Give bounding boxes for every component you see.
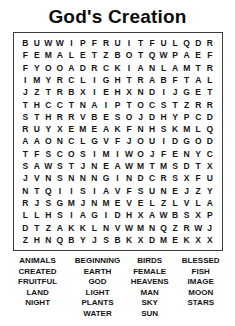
grid-cell[interactable]: D <box>77 62 89 74</box>
grid-cell[interactable]: Z <box>43 221 55 233</box>
grid-cell[interactable]: Z <box>181 98 193 110</box>
grid-cell[interactable]: T <box>123 74 135 86</box>
grid-cell[interactable]: A <box>89 98 101 110</box>
grid-cell[interactable]: R <box>181 221 193 233</box>
word-list-item: MAN <box>141 288 159 299</box>
grid-cell[interactable]: Z <box>31 86 43 98</box>
grid-cell[interactable]: D <box>169 135 181 147</box>
grid-cell[interactable]: L <box>77 135 89 147</box>
grid-cell[interactable]: S <box>54 160 66 172</box>
grid-cell[interactable]: R <box>192 98 204 110</box>
grid-cell[interactable]: K <box>112 123 124 135</box>
grid-cell[interactable]: V <box>181 197 193 209</box>
grid-cell[interactable]: O <box>135 98 147 110</box>
grid-cell[interactable]: A <box>54 49 66 61</box>
grid-cell[interactable]: M <box>158 160 170 172</box>
grid-cell[interactable]: T <box>20 98 32 110</box>
grid-cell[interactable]: R <box>204 98 216 110</box>
grid-cell[interactable]: W <box>43 37 55 49</box>
grid-cell[interactable]: H <box>123 209 135 221</box>
grid-cell[interactable]: L <box>31 209 43 221</box>
grid-cell[interactable]: M <box>66 197 78 209</box>
grid-cell[interactable]: U <box>31 123 43 135</box>
grid-cell[interactable]: M <box>135 221 147 233</box>
grid-cell[interactable]: X <box>181 172 193 184</box>
grid-cell[interactable]: U <box>112 37 124 49</box>
grid-cell[interactable]: B <box>66 234 78 246</box>
grid-cell[interactable]: N <box>54 135 66 147</box>
grid-cell[interactable]: O <box>192 135 204 147</box>
grid-cell[interactable]: N <box>146 221 158 233</box>
grid-cell[interactable]: R <box>204 37 216 49</box>
grid-cell[interactable]: S <box>112 111 124 123</box>
grid-cell[interactable]: T <box>66 98 78 110</box>
grid-cell[interactable]: N <box>89 172 101 184</box>
grid-cell[interactable]: N <box>135 86 147 98</box>
grid-cell[interactable]: S <box>169 160 181 172</box>
grid-cell[interactable]: P <box>169 49 181 61</box>
grid-cell[interactable]: N <box>89 197 101 209</box>
grid-cell[interactable]: R <box>89 62 101 74</box>
grid-cell[interactable]: L <box>77 74 89 86</box>
grid-cell[interactable]: X <box>204 234 216 246</box>
grid-cell[interactable]: R <box>158 172 170 184</box>
grid-cell[interactable]: F <box>169 74 181 86</box>
grid-cell[interactable]: R <box>100 37 112 49</box>
grid-cell[interactable]: N <box>43 172 55 184</box>
grid-cell[interactable]: F <box>89 37 101 49</box>
grid-cell[interactable]: W <box>123 148 135 160</box>
grid-cell[interactable]: E <box>112 197 124 209</box>
grid-cell[interactable]: U <box>158 37 170 49</box>
grid-cell[interactable]: X <box>135 209 147 221</box>
grid-cell[interactable]: Z <box>20 234 32 246</box>
grid-cell[interactable]: D <box>181 160 193 172</box>
grid-cell[interactable]: S <box>77 148 89 160</box>
grid-cell[interactable]: M <box>100 148 112 160</box>
grid-cell[interactable]: P <box>204 209 216 221</box>
grid-cell[interactable]: L <box>158 62 170 74</box>
grid-cell[interactable]: M <box>100 197 112 209</box>
grid-cell[interactable]: C <box>192 111 204 123</box>
grid-cell[interactable]: B <box>158 74 170 86</box>
grid-cell[interactable]: A <box>66 62 78 74</box>
grid-cell[interactable]: S <box>20 111 32 123</box>
grid-cell[interactable]: Z <box>158 197 170 209</box>
word-list-column: BLESSEDFISHIMAGEMOONSTARS <box>173 256 229 320</box>
grid-cell[interactable]: Y <box>43 74 55 86</box>
grid-cell[interactable]: E <box>77 49 89 61</box>
grid-cell[interactable]: F <box>204 49 216 61</box>
grid-cell[interactable]: D <box>204 135 216 147</box>
grid-cell[interactable]: W <box>158 209 170 221</box>
grid-cell[interactable]: R <box>204 62 216 74</box>
word-list-item: PLANTS <box>82 298 114 309</box>
grid-cell[interactable]: W <box>158 49 170 61</box>
grid-cell[interactable]: I <box>66 185 78 197</box>
grid-cell[interactable]: S <box>20 160 32 172</box>
grid-cell[interactable]: H <box>112 86 124 98</box>
grid-cell[interactable]: Q <box>43 185 55 197</box>
grid-cell[interactable]: G <box>100 172 112 184</box>
grid-cell[interactable]: N <box>123 172 135 184</box>
grid-cell[interactable]: B <box>112 234 124 246</box>
grid-cell[interactable]: J <box>31 197 43 209</box>
grid-cell[interactable]: Y <box>43 123 55 135</box>
grid-cell[interactable]: H <box>158 111 170 123</box>
grid-cell[interactable]: B <box>112 49 124 61</box>
grid-cell[interactable]: J <box>146 148 158 160</box>
grid-cell[interactable]: E <box>100 111 112 123</box>
grid-cell[interactable]: Y <box>31 62 43 74</box>
grid-cell[interactable]: N <box>135 123 147 135</box>
grid-cell[interactable]: Y <box>169 111 181 123</box>
grid-cell[interactable]: I <box>89 185 101 197</box>
grid-cell[interactable]: I <box>100 209 112 221</box>
grid-cell[interactable]: U <box>146 135 158 147</box>
word-list-item: BLESSED <box>182 256 220 267</box>
grid-cell[interactable]: T <box>146 160 158 172</box>
grid-cell[interactable]: P <box>181 111 193 123</box>
grid-cell[interactable]: S <box>54 172 66 184</box>
grid-cell[interactable]: E <box>100 160 112 172</box>
grid-cell[interactable]: S <box>181 209 193 221</box>
word-list-item: ANIMALS <box>19 256 55 267</box>
grid-cell[interactable]: M <box>31 74 43 86</box>
grid-cell[interactable]: S <box>43 148 55 160</box>
grid-cell[interactable]: A <box>20 135 32 147</box>
grid-cell[interactable]: A <box>135 62 147 74</box>
grid-cell[interactable]: T <box>43 86 55 98</box>
grid-cell[interactable]: N <box>146 62 158 74</box>
grid-cell[interactable]: O <box>43 62 55 74</box>
grid-cell[interactable]: T <box>31 111 43 123</box>
grid-cell[interactable]: Q <box>204 123 216 135</box>
grid-cell[interactable]: G <box>181 135 193 147</box>
grid-cell[interactable]: W <box>123 160 135 172</box>
grid-cell[interactable]: X <box>123 86 135 98</box>
grid-cell[interactable]: L <box>20 209 32 221</box>
grid-cell[interactable]: V <box>77 111 89 123</box>
grid-cell[interactable]: Z <box>169 221 181 233</box>
grid-cell[interactable]: I <box>123 62 135 74</box>
grid-cell[interactable]: T <box>20 148 32 160</box>
grid-cell[interactable]: J <box>20 172 32 184</box>
grid-cell[interactable]: H <box>146 123 158 135</box>
grid-cell[interactable]: O <box>43 135 55 147</box>
grid-cell[interactable]: Q <box>158 221 170 233</box>
grid-cell[interactable]: R <box>66 111 78 123</box>
grid-cell[interactable]: G <box>89 209 101 221</box>
grid-cell[interactable]: T <box>135 49 147 61</box>
grid-cell[interactable]: L <box>66 49 78 61</box>
grid-cell[interactable]: T <box>192 62 204 74</box>
grid-cell[interactable]: Y <box>192 148 204 160</box>
grid-cell[interactable]: T <box>31 185 43 197</box>
grid-cell[interactable]: C <box>146 98 158 110</box>
grid-cell[interactable]: H <box>31 98 43 110</box>
grid-cell[interactable]: E <box>89 123 101 135</box>
grid-cell[interactable]: T <box>169 98 181 110</box>
grid-cell[interactable]: J <box>135 111 147 123</box>
grid-cell[interactable]: I <box>112 148 124 160</box>
grid-cell[interactable]: J <box>20 86 32 98</box>
grid-cell[interactable]: K <box>77 221 89 233</box>
grid-cell[interactable]: E <box>192 49 204 61</box>
grid-cell[interactable]: O <box>135 148 147 160</box>
grid-cell[interactable]: F <box>20 49 32 61</box>
word-list-item: BEGINNING <box>75 256 120 267</box>
grid-cell[interactable]: R <box>20 123 32 135</box>
grid-cell[interactable]: F <box>146 37 158 49</box>
grid-cell[interactable]: W <box>54 37 66 49</box>
grid-cell[interactable]: V <box>123 197 135 209</box>
grid-cell[interactable]: S <box>158 98 170 110</box>
grid-cell[interactable]: L <box>169 197 181 209</box>
grid-cell[interactable]: O <box>123 49 135 61</box>
grid-cell[interactable]: L <box>169 37 181 49</box>
grid-cell[interactable]: I <box>66 37 78 49</box>
grid-cell[interactable]: C <box>66 74 78 86</box>
grid-cell[interactable]: X <box>135 234 147 246</box>
grid-cell[interactable]: J <box>77 197 89 209</box>
grid-cell[interactable]: E <box>100 86 112 98</box>
grid-cell[interactable]: A <box>146 74 158 86</box>
grid-cell[interactable]: S <box>43 197 55 209</box>
grid-cell[interactable]: M <box>135 160 147 172</box>
grid-cell[interactable]: R <box>54 86 66 98</box>
grid-cell[interactable]: A <box>77 209 89 221</box>
grid-cell[interactable]: V <box>31 172 43 184</box>
grid-cell[interactable]: A <box>112 160 124 172</box>
grid-cell[interactable]: N <box>66 172 78 184</box>
grid-cell[interactable]: K <box>112 62 124 74</box>
grid-cell[interactable]: C <box>43 98 55 110</box>
grid-cell[interactable]: X <box>192 234 204 246</box>
grid-cell[interactable]: S <box>100 234 112 246</box>
grid-cell[interactable]: J <box>204 221 216 233</box>
grid-cell[interactable]: A <box>146 209 158 221</box>
grid-cell[interactable]: Y <box>204 185 216 197</box>
grid-cell[interactable]: Z <box>100 49 112 61</box>
grid-cell[interactable]: A <box>204 197 216 209</box>
grid-cell[interactable]: R <box>20 197 32 209</box>
grid-cell[interactable]: L <box>146 197 158 209</box>
word-list-item: LIGHT <box>86 288 110 299</box>
grid-cell[interactable]: Q <box>181 37 193 49</box>
grid-cell[interactable]: N <box>89 160 101 172</box>
grid-cell[interactable]: C <box>66 135 78 147</box>
grid-cell[interactable]: U <box>146 185 158 197</box>
grid-cell[interactable]: X <box>77 86 89 98</box>
grid-cell[interactable]: A <box>54 221 66 233</box>
grid-cell[interactable]: N <box>158 185 170 197</box>
grid-cell[interactable]: J <box>181 185 193 197</box>
grid-cell[interactable]: E <box>169 148 181 160</box>
grid-cell[interactable]: A <box>192 74 204 86</box>
grid-cell[interactable]: F <box>192 172 204 184</box>
grid-cell[interactable]: A <box>31 160 43 172</box>
grid-cell[interactable]: J <box>169 86 181 98</box>
grid-cell[interactable]: K <box>181 234 193 246</box>
grid-cell[interactable]: Y <box>77 234 89 246</box>
grid-cell[interactable]: T <box>192 160 204 172</box>
grid-cell[interactable]: D <box>20 221 32 233</box>
grid-cell[interactable]: C <box>100 62 112 74</box>
grid-cell[interactable]: Q <box>54 234 66 246</box>
grid-cell[interactable]: N <box>100 221 112 233</box>
grid-cell[interactable]: D <box>204 111 216 123</box>
grid-cell[interactable]: I <box>89 86 101 98</box>
grid-cell[interactable]: B <box>20 37 32 49</box>
grid-cell[interactable]: K <box>169 123 181 135</box>
grid-cell[interactable]: A <box>31 135 43 147</box>
grid-cell[interactable]: I <box>54 185 66 197</box>
grid-cell[interactable]: N <box>181 148 193 160</box>
grid-cell[interactable]: B <box>89 111 101 123</box>
grid-cell[interactable]: E <box>169 185 181 197</box>
grid-cell[interactable]: X <box>192 209 204 221</box>
grid-cell[interactable]: K <box>123 234 135 246</box>
grid-cell[interactable]: T <box>123 98 135 110</box>
grid-cell[interactable]: M <box>77 123 89 135</box>
grid-cell[interactable]: U <box>204 172 216 184</box>
grid-cell[interactable]: A <box>181 49 193 61</box>
grid-cell[interactable]: D <box>146 86 158 98</box>
grid-cell[interactable]: T <box>181 74 193 86</box>
word-list-item: WATER <box>83 309 111 320</box>
grid-cell[interactable]: T <box>204 86 216 98</box>
grid-cell[interactable]: I <box>158 86 170 98</box>
grid-cell[interactable]: C <box>54 148 66 160</box>
grid-cell[interactable]: I <box>112 172 124 184</box>
grid-cell[interactable]: R <box>54 111 66 123</box>
grid-cell[interactable]: C <box>146 172 158 184</box>
grid-cell[interactable]: L <box>192 197 204 209</box>
grid-cell[interactable]: H <box>43 111 55 123</box>
grid-cell[interactable]: Q <box>146 49 158 61</box>
grid-cell[interactable]: Z <box>192 185 204 197</box>
grid-cell[interactable]: O <box>66 148 78 160</box>
grid-cell[interactable]: G <box>100 74 112 86</box>
grid-cell[interactable]: E <box>31 49 43 61</box>
grid-cell[interactable]: I <box>20 74 32 86</box>
grid-cell[interactable]: D <box>146 111 158 123</box>
grid-cell[interactable]: L <box>192 123 204 135</box>
grid-cell[interactable]: R <box>54 74 66 86</box>
grid-cell[interactable]: M <box>181 123 193 135</box>
grid-cell[interactable]: R <box>135 74 147 86</box>
grid-cell[interactable]: K <box>66 221 78 233</box>
grid-cell[interactable]: S <box>169 172 181 184</box>
grid-cell[interactable]: B <box>169 209 181 221</box>
grid-cell[interactable]: F <box>123 185 135 197</box>
word-list-item: STARS <box>187 298 214 309</box>
grid-cell[interactable]: O <box>135 135 147 147</box>
grid-cell[interactable]: W <box>43 160 55 172</box>
grid-cell[interactable]: D <box>146 234 158 246</box>
grid-cell[interactable]: I <box>89 148 101 160</box>
grid-cell[interactable]: B <box>66 86 78 98</box>
grid-cell[interactable]: A <box>100 185 112 197</box>
grid-cell[interactable]: C <box>54 98 66 110</box>
grid-cell[interactable]: S <box>135 185 147 197</box>
grid-cell[interactable]: I <box>100 98 112 110</box>
grid-cell[interactable]: E <box>192 86 204 98</box>
word-list-item: IMAGE <box>188 277 214 288</box>
grid-cell[interactable]: G <box>181 86 193 98</box>
grid-cell[interactable]: S <box>54 209 66 221</box>
grid-cell[interactable]: M <box>181 62 193 74</box>
grid-cell[interactable]: J <box>77 160 89 172</box>
grid-cell[interactable]: I <box>66 209 78 221</box>
grid-cell[interactable]: E <box>135 197 147 209</box>
grid-cell[interactable]: I <box>158 135 170 147</box>
grid-cell[interactable]: E <box>169 234 181 246</box>
grid-cell[interactable]: C <box>204 148 216 160</box>
grid-cell[interactable]: N <box>43 234 55 246</box>
grid-cell[interactable]: T <box>135 37 147 49</box>
grid-cell[interactable]: M <box>158 234 170 246</box>
grid-cell[interactable]: F <box>112 135 124 147</box>
grid-cell[interactable]: L <box>89 221 101 233</box>
grid-cell[interactable]: S <box>158 123 170 135</box>
grid-cell[interactable]: F <box>123 123 135 135</box>
grid-cell[interactable]: W <box>123 221 135 233</box>
grid-cell[interactable]: N <box>77 172 89 184</box>
grid-cell[interactable]: N <box>20 185 32 197</box>
grid-cell[interactable]: S <box>77 185 89 197</box>
grid-cell[interactable]: A <box>100 123 112 135</box>
word-list-item: GOD <box>88 277 106 288</box>
grid-cell[interactable]: H <box>112 74 124 86</box>
grid-cell[interactable]: I <box>123 37 135 49</box>
grid-cell[interactable]: F <box>31 148 43 160</box>
grid-cell[interactable]: T <box>66 160 78 172</box>
grid-cell[interactable]: E <box>66 123 78 135</box>
grid-cell[interactable]: O <box>123 111 135 123</box>
grid-cell[interactable]: H <box>43 209 55 221</box>
grid-cell[interactable]: V <box>100 135 112 147</box>
grid-cell[interactable]: G <box>89 135 101 147</box>
grid-cell[interactable]: V <box>112 221 124 233</box>
grid-cell[interactable]: J <box>123 135 135 147</box>
grid-cell[interactable]: D <box>112 209 124 221</box>
grid-cell[interactable]: G <box>54 197 66 209</box>
grid-cell[interactable]: T <box>89 49 101 61</box>
grid-cell[interactable]: X <box>204 160 216 172</box>
grid-cell[interactable]: T <box>31 221 43 233</box>
grid-cell[interactable]: F <box>158 148 170 160</box>
grid-cell[interactable]: D <box>135 172 147 184</box>
grid-cell[interactable]: I <box>89 74 101 86</box>
grid-cell[interactable]: O <box>54 62 66 74</box>
grid-cell[interactable]: P <box>112 98 124 110</box>
grid-cell[interactable]: J <box>89 234 101 246</box>
grid-cell[interactable]: M <box>43 49 55 61</box>
grid-cell[interactable]: L <box>204 74 216 86</box>
grid-cell[interactable]: U <box>31 37 43 49</box>
grid-cell[interactable]: W <box>192 221 204 233</box>
grid-cell[interactable]: P <box>77 37 89 49</box>
grid-cell[interactable]: H <box>31 234 43 246</box>
grid-cell[interactable]: V <box>112 185 124 197</box>
grid-cell[interactable]: X <box>54 123 66 135</box>
grid-cell[interactable]: F <box>20 62 32 74</box>
grid-cell[interactable]: N <box>77 98 89 110</box>
grid-cell[interactable]: D <box>192 37 204 49</box>
grid-cell[interactable]: A <box>169 62 181 74</box>
